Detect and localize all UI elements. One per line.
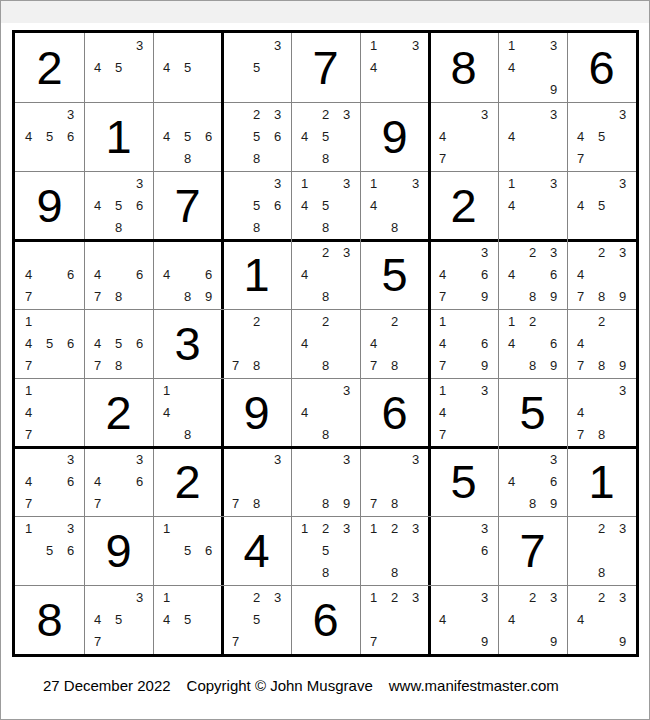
empty-mark-slot (39, 285, 60, 307)
pencil-mark: 9 (474, 285, 495, 307)
pencil-mark: 5 (591, 126, 612, 148)
cell-r5c8: 124689 (498, 309, 567, 378)
cell-separator-horizontal (15, 102, 636, 103)
empty-mark-slot (225, 35, 246, 57)
empty-mark-slot (474, 561, 495, 583)
pencil-mark: 3 (474, 104, 495, 126)
pencil-mark: 3 (336, 104, 357, 126)
pencil-marks: 134 (363, 35, 426, 100)
empty-mark-slot (177, 104, 198, 126)
empty-mark-slot (591, 609, 612, 631)
cell-separator-vertical (360, 33, 361, 654)
empty-mark-slot (570, 242, 591, 264)
pencil-mark: 4 (570, 195, 591, 217)
empty-mark-slot (522, 104, 543, 126)
empty-mark-slot (522, 471, 543, 493)
pencil-marks: 3457 (570, 104, 633, 169)
pencil-mark: 7 (87, 630, 108, 652)
pencil-mark: 7 (570, 354, 591, 376)
pencil-mark: 1 (432, 380, 453, 402)
empty-mark-slot (591, 540, 612, 562)
pencil-mark: 4 (570, 609, 591, 631)
pencil-mark: 2 (315, 242, 336, 264)
pencil-mark: 5 (246, 57, 267, 79)
empty-mark-slot (198, 57, 219, 79)
pencil-mark: 5 (246, 126, 267, 148)
pencil-mark: 2 (522, 311, 543, 333)
empty-mark-slot (432, 587, 453, 609)
pencil-mark: 7 (570, 147, 591, 169)
pencil-mark: 4 (294, 195, 315, 217)
cell-r5c9: 24789 (567, 309, 636, 378)
pencil-mark: 8 (522, 285, 543, 307)
empty-mark-slot (18, 540, 39, 562)
pencil-marks: 3456 (18, 104, 81, 169)
empty-mark-slot (87, 242, 108, 264)
empty-mark-slot (267, 57, 288, 79)
given-digit: 7 (153, 171, 222, 240)
pencil-mark: 8 (522, 492, 543, 514)
pencil-mark: 4 (18, 402, 39, 424)
pencil-mark: 6 (198, 126, 219, 148)
empty-mark-slot (108, 242, 129, 264)
pencil-mark: 4 (432, 333, 453, 355)
cell-r6c7: 1347 (429, 378, 498, 447)
pencil-mark: 5 (315, 126, 336, 148)
cell-separator-horizontal (15, 516, 636, 517)
empty-mark-slot (570, 173, 591, 195)
cell-r7c5: 389 (291, 447, 360, 516)
pencil-mark: 5 (177, 57, 198, 79)
pencil-mark: 3 (336, 449, 357, 471)
empty-mark-slot (156, 104, 177, 126)
pencil-marks: 34 (501, 104, 564, 169)
pencil-mark: 1 (18, 518, 39, 540)
pencil-mark: 7 (225, 492, 246, 514)
pencil-mark: 4 (570, 402, 591, 424)
empty-mark-slot (87, 216, 108, 238)
empty-mark-slot (108, 173, 129, 195)
cell-r7c2: 3467 (84, 447, 153, 516)
cell-r7c6: 378 (360, 447, 429, 516)
empty-mark-slot (612, 333, 633, 355)
pencil-mark: 8 (177, 285, 198, 307)
empty-mark-slot (432, 518, 453, 540)
empty-mark-slot (570, 540, 591, 562)
empty-mark-slot (129, 285, 150, 307)
empty-mark-slot (225, 57, 246, 79)
empty-mark-slot (156, 630, 177, 652)
cell-r8c4: 4 (222, 516, 291, 585)
empty-mark-slot (336, 264, 357, 286)
cell-separator-horizontal (15, 378, 636, 379)
empty-mark-slot (405, 540, 426, 562)
pencil-mark: 9 (543, 630, 564, 652)
pencil-mark: 6 (60, 333, 81, 355)
pencil-mark: 6 (543, 471, 564, 493)
sudoku-grid: 2345453571348134963456145682356823458934… (12, 30, 639, 657)
empty-mark-slot (591, 173, 612, 195)
cell-r7c7: 5 (429, 447, 498, 516)
pencil-mark: 7 (570, 423, 591, 445)
empty-mark-slot (315, 402, 336, 424)
pencil-marks: 3568 (225, 173, 288, 238)
pencil-mark: 4 (501, 195, 522, 217)
pencil-mark: 4 (18, 471, 39, 493)
empty-mark-slot (294, 216, 315, 238)
pencil-marks: 12358 (294, 518, 357, 583)
pencil-mark: 8 (591, 354, 612, 376)
pencil-mark: 7 (87, 354, 108, 376)
empty-mark-slot (570, 518, 591, 540)
empty-mark-slot (570, 311, 591, 333)
footer: 27 December 2022 Copyright © John Musgra… (43, 677, 559, 694)
pencil-mark: 8 (108, 354, 129, 376)
cell-r3c8: 134 (498, 171, 567, 240)
empty-mark-slot (363, 540, 384, 562)
pencil-mark: 9 (543, 285, 564, 307)
puzzle-page: 2345453571348134963456145682356823458934… (0, 0, 650, 720)
pencil-marks: 234789 (570, 242, 633, 307)
pencil-mark: 5 (108, 195, 129, 217)
pencil-mark: 3 (405, 173, 426, 195)
cell-r5c5: 248 (291, 309, 360, 378)
empty-mark-slot (405, 78, 426, 100)
empty-mark-slot (432, 561, 453, 583)
pencil-mark: 3 (612, 518, 633, 540)
empty-mark-slot (453, 311, 474, 333)
footer-copyright: Copyright © John Musgrave (187, 677, 373, 694)
empty-mark-slot (474, 311, 495, 333)
empty-mark-slot (522, 173, 543, 195)
empty-mark-slot (591, 216, 612, 238)
pencil-mark: 4 (87, 471, 108, 493)
cell-r2c4: 23568 (222, 102, 291, 171)
cell-r4c6: 5 (360, 240, 429, 309)
given-digit: 2 (153, 447, 222, 516)
empty-mark-slot (39, 492, 60, 514)
empty-mark-slot (543, 216, 564, 238)
pencil-mark: 3 (336, 518, 357, 540)
pencil-marks: 14567 (18, 311, 81, 376)
empty-mark-slot (405, 216, 426, 238)
empty-mark-slot (60, 354, 81, 376)
pencil-mark: 8 (108, 285, 129, 307)
cell-r2c8: 34 (498, 102, 567, 171)
pencil-marks: 3467 (87, 449, 150, 514)
empty-mark-slot (129, 492, 150, 514)
pencil-mark: 2 (522, 587, 543, 609)
empty-mark-slot (363, 609, 384, 631)
pencil-mark: 1 (18, 380, 39, 402)
pencil-mark: 3 (405, 449, 426, 471)
empty-mark-slot (384, 449, 405, 471)
cell-r9c1: 8 (15, 585, 84, 654)
cell-r8c2: 9 (84, 516, 153, 585)
pencil-mark: 7 (432, 147, 453, 169)
pencil-mark: 3 (543, 587, 564, 609)
empty-mark-slot (108, 492, 129, 514)
empty-mark-slot (246, 630, 267, 652)
cell-separator-horizontal (15, 309, 636, 310)
empty-mark-slot (612, 147, 633, 169)
pencil-mark: 4 (18, 126, 39, 148)
pencil-mark: 3 (474, 518, 495, 540)
pencil-mark: 4 (156, 609, 177, 631)
empty-mark-slot (453, 540, 474, 562)
empty-mark-slot (267, 147, 288, 169)
pencil-mark: 4 (501, 264, 522, 286)
pencil-mark: 5 (108, 609, 129, 631)
pencil-mark: 8 (246, 354, 267, 376)
pencil-mark: 2 (591, 242, 612, 264)
pencil-mark: 3 (543, 104, 564, 126)
pencil-marks: 36 (432, 518, 495, 583)
cell-r1c6: 134 (360, 33, 429, 102)
empty-mark-slot (543, 195, 564, 217)
cell-r2c7: 347 (429, 102, 498, 171)
pencil-mark: 5 (246, 609, 267, 631)
pencil-marks: 1356 (18, 518, 81, 583)
pencil-marks: 134 (501, 173, 564, 238)
empty-mark-slot (522, 35, 543, 57)
pencil-mark: 7 (363, 492, 384, 514)
empty-mark-slot (129, 354, 150, 376)
pencil-mark: 4 (501, 57, 522, 79)
empty-mark-slot (453, 104, 474, 126)
empty-mark-slot (60, 311, 81, 333)
cell-r3c9: 345 (567, 171, 636, 240)
empty-mark-slot (18, 242, 39, 264)
cell-r6c3: 148 (153, 378, 222, 447)
cell-r3c6: 1348 (360, 171, 429, 240)
cell-r1c5: 7 (291, 33, 360, 102)
pencil-mark: 5 (39, 540, 60, 562)
pencil-mark: 4 (87, 57, 108, 79)
given-digit: 6 (567, 33, 636, 102)
empty-mark-slot (39, 518, 60, 540)
pencil-mark: 6 (267, 195, 288, 217)
empty-mark-slot (246, 449, 267, 471)
empty-mark-slot (156, 242, 177, 264)
given-digit: 9 (15, 171, 84, 240)
empty-mark-slot (294, 147, 315, 169)
pencil-marks: 2357 (225, 587, 288, 652)
pencil-mark: 6 (60, 540, 81, 562)
empty-mark-slot (522, 78, 543, 100)
given-digit: 5 (498, 378, 567, 447)
pencil-mark: 3 (267, 449, 288, 471)
empty-mark-slot (570, 587, 591, 609)
empty-mark-slot (501, 104, 522, 126)
empty-mark-slot (336, 333, 357, 355)
given-digit: 1 (222, 240, 291, 309)
empty-mark-slot (612, 216, 633, 238)
pencil-mark: 7 (18, 423, 39, 445)
pencil-marks: 2348 (294, 242, 357, 307)
empty-mark-slot (87, 587, 108, 609)
pencil-mark: 5 (108, 57, 129, 79)
pencil-marks: 124689 (501, 311, 564, 376)
pencil-mark: 2 (384, 518, 405, 540)
empty-mark-slot (225, 216, 246, 238)
empty-mark-slot (156, 285, 177, 307)
pencil-mark: 7 (225, 630, 246, 652)
empty-mark-slot (543, 57, 564, 79)
pencil-mark: 5 (246, 195, 267, 217)
cell-r1c2: 345 (84, 33, 153, 102)
empty-mark-slot (198, 423, 219, 445)
empty-mark-slot (522, 630, 543, 652)
empty-mark-slot (405, 57, 426, 79)
empty-mark-slot (432, 540, 453, 562)
pencil-marks: 1238 (363, 518, 426, 583)
empty-mark-slot (39, 147, 60, 169)
pencil-mark: 4 (432, 402, 453, 424)
pencil-mark: 6 (474, 333, 495, 355)
empty-mark-slot (246, 78, 267, 100)
empty-mark-slot (177, 561, 198, 583)
empty-mark-slot (39, 449, 60, 471)
empty-mark-slot (453, 242, 474, 264)
pencil-mark: 9 (474, 630, 495, 652)
pencil-mark: 3 (267, 35, 288, 57)
cell-r1c1: 2 (15, 33, 84, 102)
empty-mark-slot (522, 264, 543, 286)
cell-separator-vertical (153, 33, 154, 654)
cell-r2c6: 9 (360, 102, 429, 171)
empty-mark-slot (501, 492, 522, 514)
pencil-mark: 3 (60, 518, 81, 540)
empty-mark-slot (336, 423, 357, 445)
pencil-mark: 3 (60, 104, 81, 126)
cell-r6c4: 9 (222, 378, 291, 447)
empty-mark-slot (129, 609, 150, 631)
empty-mark-slot (198, 380, 219, 402)
cell-r6c6: 6 (360, 378, 429, 447)
cell-r9c9: 2349 (567, 585, 636, 654)
pencil-mark: 7 (225, 354, 246, 376)
empty-mark-slot (474, 147, 495, 169)
pencil-marks: 278 (225, 311, 288, 376)
empty-mark-slot (453, 423, 474, 445)
empty-mark-slot (246, 333, 267, 355)
empty-mark-slot (501, 285, 522, 307)
given-digit: 9 (360, 102, 429, 171)
pencil-mark: 4 (156, 126, 177, 148)
cell-separator-vertical (567, 33, 568, 654)
pencil-mark: 1 (501, 173, 522, 195)
empty-mark-slot (87, 78, 108, 100)
pencil-marks: 23568 (225, 104, 288, 169)
pencil-mark: 2 (246, 104, 267, 126)
pencil-mark: 5 (315, 540, 336, 562)
pencil-mark: 3 (612, 173, 633, 195)
pencil-mark: 8 (246, 147, 267, 169)
empty-mark-slot (18, 104, 39, 126)
box-separator-vertical (428, 33, 431, 654)
empty-mark-slot (405, 311, 426, 333)
empty-mark-slot (453, 630, 474, 652)
pencil-marks: 156 (156, 518, 219, 583)
pencil-mark: 1 (501, 35, 522, 57)
cell-r6c2: 2 (84, 378, 153, 447)
pencil-mark: 4 (432, 264, 453, 286)
empty-mark-slot (18, 449, 39, 471)
pencil-mark: 5 (591, 195, 612, 217)
pencil-mark: 4 (501, 609, 522, 631)
pencil-mark: 3 (543, 35, 564, 57)
cell-r1c7: 8 (429, 33, 498, 102)
empty-mark-slot (198, 630, 219, 652)
pencil-marks: 4689 (156, 242, 219, 307)
empty-mark-slot (108, 630, 129, 652)
empty-mark-slot (474, 126, 495, 148)
empty-mark-slot (294, 380, 315, 402)
empty-mark-slot (294, 354, 315, 376)
empty-mark-slot (108, 311, 129, 333)
pencil-mark: 8 (177, 423, 198, 445)
pencil-mark: 8 (591, 285, 612, 307)
empty-mark-slot (39, 104, 60, 126)
cell-r6c1: 147 (15, 378, 84, 447)
pencil-marks: 45 (156, 35, 219, 100)
empty-mark-slot (384, 471, 405, 493)
empty-mark-slot (384, 173, 405, 195)
pencil-mark: 4 (18, 264, 39, 286)
empty-mark-slot (501, 630, 522, 652)
pencil-marks: 389 (294, 449, 357, 514)
empty-mark-slot (543, 126, 564, 148)
cell-r5c7: 14679 (429, 309, 498, 378)
pencil-mark: 5 (177, 540, 198, 562)
empty-mark-slot (363, 78, 384, 100)
cell-r4c8: 234689 (498, 240, 567, 309)
empty-mark-slot (225, 311, 246, 333)
empty-mark-slot (453, 518, 474, 540)
pencil-mark: 8 (384, 354, 405, 376)
empty-mark-slot (336, 540, 357, 562)
cell-separator-vertical (84, 33, 85, 654)
pencil-mark: 6 (267, 126, 288, 148)
empty-mark-slot (453, 402, 474, 424)
pencil-mark: 3 (60, 449, 81, 471)
empty-mark-slot (294, 449, 315, 471)
pencil-mark: 2 (246, 311, 267, 333)
pencil-mark: 8 (177, 147, 198, 169)
empty-mark-slot (384, 35, 405, 57)
cell-separator-horizontal (15, 171, 636, 172)
empty-mark-slot (336, 126, 357, 148)
pencil-mark: 1 (18, 311, 39, 333)
empty-mark-slot (522, 609, 543, 631)
cell-r3c1: 9 (15, 171, 84, 240)
pencil-mark: 7 (432, 285, 453, 307)
cell-r5c2: 45678 (84, 309, 153, 378)
pencil-mark: 8 (591, 423, 612, 445)
pencil-mark: 5 (39, 126, 60, 148)
empty-mark-slot (225, 449, 246, 471)
cell-r3c7: 2 (429, 171, 498, 240)
empty-mark-slot (453, 264, 474, 286)
cell-r9c4: 2357 (222, 585, 291, 654)
pencil-mark: 1 (156, 587, 177, 609)
pencil-mark: 4 (294, 333, 315, 355)
cell-r2c2: 1 (84, 102, 153, 171)
empty-mark-slot (612, 561, 633, 583)
empty-mark-slot (177, 78, 198, 100)
empty-mark-slot (363, 449, 384, 471)
